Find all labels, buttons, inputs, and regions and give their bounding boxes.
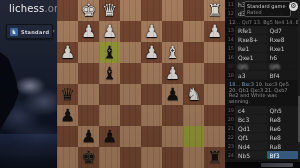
square-g3[interactable] [78,42,99,63]
chess-board[interactable]: ♚♛♜♟♟♟♟♟♝♟♝♝♟♛♟♞♟♟♟♚♜ [57,0,225,168]
square-a7[interactable] [204,126,225,147]
square-f3[interactable]: ♝ [99,42,120,63]
move-number: 17 [225,62,235,70]
move-number: 12 [225,9,235,17]
move-row: 14Rxe8+Rxe8 [225,35,298,44]
game-info-tooltip: Standard game Rated [244,1,291,17]
piece-white-bishop[interactable]: ♝ [162,42,183,63]
move-row: 19c4Qh5 [225,106,298,115]
black-move[interactable]: Qh5 [267,106,299,114]
square-b3[interactable] [183,42,204,63]
black-move[interactable]: Qf5 [267,62,299,70]
black-move[interactable]: Rxe8 [267,35,299,43]
move-row: 17Qf1Qf5 [225,62,298,71]
move-list: 11h3Bb712d3Rfe812... Qd7 13. Bg5 Ne4 14.… [225,0,298,160]
background-clouds-image [0,42,57,168]
white-move[interactable]: Rxe8+ [235,35,267,43]
white-move[interactable]: Nd4 [235,142,267,150]
channel-select[interactable]: ♞ Standard › [6,24,53,39]
square-e3[interactable] [120,42,141,63]
piece-black-queen[interactable]: ♛ [57,84,78,105]
square-c6[interactable] [162,105,183,126]
square-b8[interactable] [183,147,204,168]
piece-white-rook[interactable]: ♜ [204,0,225,21]
square-g7[interactable]: ♟ [78,126,99,147]
square-e7[interactable] [120,126,141,147]
square-h4[interactable] [57,63,78,84]
move-number: 20 [225,115,235,123]
move-number: 13 [225,26,235,34]
piece-black-pawn[interactable]: ♟ [162,84,183,105]
square-f6[interactable] [99,105,120,126]
square-a4[interactable] [204,63,225,84]
square-b2[interactable] [183,21,204,42]
white-move[interactable]: Qxe1 [235,53,267,61]
square-e2[interactable] [120,21,141,42]
white-move[interactable]: Qf1 [235,62,267,70]
move-row: 20Bc3Re8 [225,115,298,124]
black-move[interactable]: Qd7 [267,26,299,34]
square-h6[interactable]: ♟ [57,105,78,126]
move-number: 19 [225,106,235,114]
piece-white-pawn[interactable]: ♟ [141,42,162,63]
logo-suffix-text: .org [44,3,57,14]
move-number: 23 [225,142,235,150]
scrollbar-thumb[interactable] [298,96,300,142]
piece-black-bishop[interactable]: ♝ [99,42,120,63]
square-g8[interactable]: ♚ [78,147,99,168]
move-row: 15Re1Rxe1 [225,44,298,53]
piece-black-bishop[interactable]: ♝ [99,63,120,84]
square-g5[interactable] [78,84,99,105]
channel-icon: ♞ [10,28,18,36]
panel-bottom-bar [225,162,300,168]
square-f7[interactable]: ♟ [99,126,120,147]
square-e8[interactable] [120,147,141,168]
move-list-panel: 11h3Bb712d3Rfe812... Qd7 13. Bg5 Ne4 14.… [225,0,300,168]
piece-white-knight[interactable]: ♞ [183,84,204,105]
square-b6[interactable] [183,105,204,126]
black-move[interactable]: Re8 [267,133,299,141]
chevron-right-icon: › [52,28,55,35]
piece-white-pawn[interactable]: ♟ [57,42,78,63]
square-h8[interactable] [57,147,78,168]
square-c3[interactable]: ♝ [162,42,183,63]
tooltip-line2: Rated [247,9,288,15]
square-e6[interactable] [120,105,141,126]
square-a5[interactable] [204,84,225,105]
square-e4[interactable] [120,63,141,84]
piece-white-pawn[interactable]: ♟ [204,21,225,42]
square-a8[interactable]: ♜ [204,147,225,168]
piece-black-king[interactable]: ♚ [78,147,99,168]
square-a1[interactable]: ♜ [204,0,225,21]
square-d7[interactable] [141,126,162,147]
square-d4[interactable] [141,63,162,84]
move-number: 18 [225,71,235,79]
square-d8[interactable] [141,147,162,168]
move-row: 24Nb5Bf3 [225,151,298,160]
square-a6[interactable] [204,105,225,126]
square-a3[interactable] [204,42,225,63]
white-move[interactable]: Qd1 [235,124,267,132]
square-b1[interactable] [183,0,204,21]
sidebar: lichess.org ♞ Standard › [0,0,57,168]
square-g2[interactable]: ♟ [78,21,99,42]
bottom-bar-pill [261,163,293,167]
square-b4[interactable] [183,63,204,84]
square-c7[interactable] [162,126,183,147]
move-row: 23Nd4Ra8 [225,142,298,151]
move-row: 22Qf1Re8 [225,133,298,142]
square-c4[interactable]: ♟ [162,63,183,84]
move-row: 18a3Bf4 [225,71,298,80]
square-g1[interactable]: ♚ [78,0,99,21]
square-f1[interactable]: ♛ [99,0,120,21]
analysis-comment[interactable]: 18... Bxc3 19. bxc3 Qe5 20. Qb1 Qxc3 21.… [225,80,298,106]
black-move[interactable]: Bf4 [267,71,299,79]
square-f4[interactable]: ♝ [99,63,120,84]
piece-black-pawn[interactable]: ♟ [57,105,78,126]
square-b7[interactable] [183,126,204,147]
lichess-logo[interactable]: lichess.org [9,3,57,14]
lichess-page: lichess.org ♞ Standard › ♚♛♜♟♟♟♟♟♝♟♝♝♟♛♟… [0,0,300,168]
gear-icon[interactable]: ⚙ [289,2,298,11]
black-move[interactable]: Rxe1 [267,44,299,52]
background-sea-image [0,134,57,168]
move-row: 13Rfe1Qd7 [225,26,298,35]
square-b5[interactable]: ♞ [183,84,204,105]
piece-white-king[interactable]: ♚ [78,0,99,21]
piece-white-pawn[interactable]: ♟ [162,63,183,84]
white-move[interactable]: Qf1 [235,133,267,141]
square-a2[interactable]: ♟ [204,21,225,42]
white-move[interactable]: Nb5 [235,151,267,159]
black-move[interactable]: Re6 [267,124,299,132]
black-move[interactable]: Re8 [267,115,299,123]
square-c1[interactable] [162,0,183,21]
square-d3[interactable]: ♟ [141,42,162,63]
square-d2[interactable]: ♟ [141,21,162,42]
square-f5[interactable] [99,84,120,105]
white-move[interactable]: Bc3 [235,115,267,123]
background-cliff-image [0,52,24,130]
square-g4[interactable] [78,63,99,84]
square-d1[interactable] [141,0,162,21]
square-d6[interactable] [141,105,162,126]
move-number: 24 [225,151,235,159]
piece-white-queen[interactable]: ♛ [99,0,120,21]
move-number: 15 [225,44,235,52]
move-number: 16 [225,53,235,61]
square-h7[interactable] [57,126,78,147]
white-move[interactable]: Rfe1 [235,26,267,34]
variation-line[interactable]: 12... Qd7 13. Bg5 Ne4 14. Bd2 [225,18,298,26]
piece-white-pawn[interactable]: ♟ [99,21,120,42]
square-d5[interactable] [141,84,162,105]
move-number: 11 [225,0,235,8]
square-e1[interactable] [120,0,141,21]
move-number: 22 [225,133,235,141]
scrollbar-track[interactable] [298,0,300,168]
black-move[interactable]: Ra8 [267,142,299,150]
piece-black-pawn[interactable]: ♟ [99,126,120,147]
move-row: 16Qxe1h6 [225,53,298,62]
square-c2[interactable] [162,21,183,42]
move-number: 14 [225,35,235,43]
channel-label: Standard [21,29,49,35]
white-move[interactable]: Re1 [235,44,267,52]
square-f8[interactable] [99,147,120,168]
black-move[interactable]: h6 [267,53,299,61]
square-e5[interactable] [120,84,141,105]
move-number: 21 [225,124,235,132]
square-c8[interactable] [162,147,183,168]
move-row: 21Qd1Re6 [225,124,298,133]
square-c5[interactable]: ♟ [162,84,183,105]
black-move[interactable]: Bf3 [267,151,299,159]
white-move[interactable]: c4 [235,106,267,114]
square-f2[interactable]: ♟ [99,21,120,42]
piece-white-pawn[interactable]: ♟ [78,21,99,42]
piece-black-pawn[interactable]: ♟ [78,126,99,147]
square-h2[interactable] [57,21,78,42]
logo-site-text: lichess [9,3,44,14]
square-h5[interactable]: ♛ [57,84,78,105]
piece-white-pawn[interactable]: ♟ [141,21,162,42]
square-g6[interactable] [78,105,99,126]
square-h1[interactable] [57,0,78,21]
square-h3[interactable]: ♟ [57,42,78,63]
piece-black-rook[interactable]: ♜ [204,147,225,168]
white-move[interactable]: a3 [235,71,267,79]
